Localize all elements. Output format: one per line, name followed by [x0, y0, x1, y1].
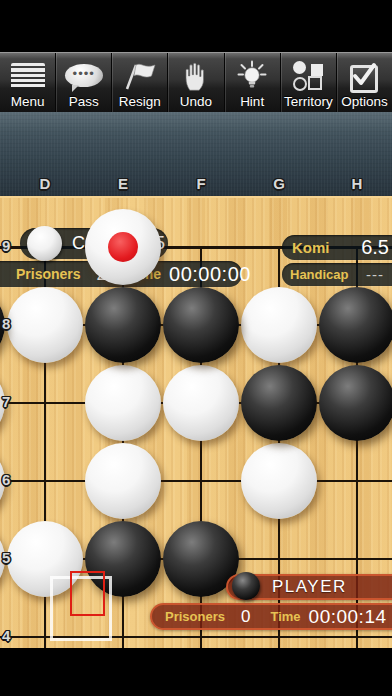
handicap-value: ---	[366, 266, 384, 283]
column-label-E: E	[118, 175, 128, 192]
row-label-8: 8	[2, 315, 10, 332]
handicap-pill: Handicap ---	[282, 263, 392, 286]
player-time-value: 00:00:14	[309, 606, 387, 628]
status-bar	[0, 0, 392, 52]
player-prisoners-value: 0	[241, 607, 250, 627]
undo-button[interactable]: Undo	[167, 53, 223, 112]
stone-black-H8	[319, 287, 392, 363]
bottom-bar	[0, 648, 392, 696]
stone-black-E8	[85, 287, 161, 363]
komi-value: 6.5	[361, 236, 389, 259]
hint-button-label: Hint	[240, 94, 264, 109]
player-prisoners-label: Prisoners	[165, 609, 225, 624]
menu-icon	[11, 59, 45, 93]
menu-button-label: Menu	[11, 94, 45, 109]
toolbar: Menu •••• Pass Resign Undo	[0, 52, 392, 112]
player-prisoners-pill: Prisoners 0 Time 00:00:14	[150, 603, 392, 630]
territory-shapes-icon	[293, 59, 324, 93]
row-label-6: 6	[2, 471, 10, 488]
row-label-5: 5	[2, 549, 10, 566]
player-black-stone-icon	[232, 572, 260, 600]
column-label-F: F	[196, 175, 205, 192]
stone-white-G6	[241, 443, 317, 519]
player-time-label: Time	[270, 609, 300, 624]
row-label-7: 7	[2, 393, 10, 410]
komi-label: Komi	[292, 239, 330, 256]
column-label-H: H	[352, 175, 363, 192]
flag-icon	[123, 59, 157, 93]
column-label-G: G	[273, 175, 285, 192]
com-prisoners-label: Prisoners	[16, 266, 81, 282]
stone-black-F8	[163, 287, 239, 363]
stone-white-G8	[241, 287, 317, 363]
checkbox-icon	[349, 59, 379, 93]
last-move-marker	[108, 232, 138, 262]
resign-button-label: Resign	[119, 94, 161, 109]
hint-button[interactable]: Hint	[224, 53, 280, 112]
stone-black-H7	[319, 365, 392, 441]
territory-button-label: Territory	[284, 94, 333, 109]
territory-button[interactable]: Territory	[280, 53, 336, 112]
app-screen: Menu •••• Pass Resign Undo	[0, 0, 392, 696]
options-button[interactable]: Options	[336, 53, 392, 112]
resign-button[interactable]: Resign	[111, 53, 167, 112]
touch-cursor-rect	[70, 571, 105, 616]
com-time-value: 00:00:00	[169, 263, 251, 286]
row-label-4: 4	[2, 627, 10, 644]
speech-bubble-icon: ••••	[65, 59, 103, 93]
hand-icon	[181, 59, 211, 93]
com-white-stone-icon	[27, 226, 62, 261]
row-label-9: 9	[2, 237, 10, 254]
info-bar: COM Lv 5 Komi 6.5 Prisoners 2 Time 00:00…	[0, 112, 392, 196]
handicap-label: Handicap	[290, 267, 349, 282]
stone-white-E6	[85, 443, 161, 519]
grid-hline-6	[0, 480, 392, 482]
menu-button[interactable]: Menu	[0, 53, 55, 112]
stone-black-G7	[241, 365, 317, 441]
options-button-label: Options	[341, 94, 388, 109]
stone-white-D8	[7, 287, 83, 363]
undo-button-label: Undo	[180, 94, 212, 109]
lightbulb-icon	[235, 59, 269, 93]
stone-white-F7	[163, 365, 239, 441]
player-name: PLAYER	[272, 577, 347, 597]
column-label-D: D	[40, 175, 51, 192]
pass-button-label: Pass	[69, 94, 99, 109]
stone-white-E7	[85, 365, 161, 441]
komi-pill: Komi 6.5	[282, 235, 392, 260]
pass-button[interactable]: •••• Pass	[55, 53, 111, 112]
